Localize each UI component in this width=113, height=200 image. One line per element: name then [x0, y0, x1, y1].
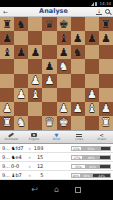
book-move-row[interactable]: 9... ♞fd7 ± 189 23%53% — [0, 144, 113, 153]
winrate-segment-d: 53% — [81, 147, 101, 150]
piece-black[interactable]: ♜ — [2, 19, 12, 30]
move-text: 0-0 — [11, 163, 27, 169]
piece-white[interactable]: ♚ — [59, 117, 69, 128]
square-c7[interactable] — [28, 31, 42, 45]
square-a4[interactable] — [0, 74, 14, 88]
square-f2[interactable]: ♟ — [71, 102, 85, 116]
square-c5[interactable] — [28, 59, 42, 73]
square-a2[interactable]: ♟ — [0, 102, 14, 116]
piece-white[interactable]: ♟ — [30, 75, 40, 86]
game-count: 5 — [32, 172, 43, 178]
square-h3[interactable] — [99, 88, 113, 102]
square-c1[interactable] — [28, 116, 42, 130]
piece-white[interactable]: ♜ — [2, 117, 12, 128]
piece-white[interactable]: ♟ — [2, 103, 12, 114]
piece-white[interactable]: ♟ — [59, 103, 69, 114]
square-a6[interactable]: ♝ — [0, 45, 14, 59]
square-d8[interactable]: ♛ — [42, 17, 56, 31]
square-c2[interactable] — [28, 102, 42, 116]
square-a3[interactable] — [0, 88, 14, 102]
square-b7[interactable] — [14, 31, 28, 45]
square-h7[interactable]: ♟ — [99, 31, 113, 45]
square-h1[interactable]: ♜ — [99, 116, 113, 130]
square-b8[interactable]: ♞ — [14, 17, 28, 31]
square-a5[interactable] — [0, 59, 14, 73]
square-e5[interactable]: ♞ — [57, 59, 71, 73]
piece-white[interactable]: ♟ — [45, 75, 55, 86]
winrate-segment-w: 20% — [72, 174, 80, 177]
square-e6[interactable]: ♟ — [57, 45, 71, 59]
battery-icon — [95, 2, 98, 6]
android-nav-bar: ↩ ⌂ — [0, 180, 113, 200]
winrate-segment-w: 27% — [72, 156, 82, 159]
recents-icon[interactable] — [75, 187, 81, 193]
square-b4[interactable] — [14, 74, 28, 88]
square-f4[interactable] — [71, 74, 85, 88]
winrate-bar: 20%36%44% — [71, 173, 111, 178]
move-text: ♞fd7 — [11, 145, 27, 151]
game-count: 189 — [32, 145, 43, 151]
square-e2[interactable]: ♟ — [57, 102, 71, 116]
piece-black[interactable]: ♟ — [101, 33, 111, 44]
piece-white[interactable]: ♟ — [16, 89, 26, 100]
move-number: 9... — [2, 172, 10, 178]
move-number: 9... — [2, 163, 10, 169]
status-time: 14:34 — [99, 0, 111, 7]
piece-white[interactable]: ♜ — [101, 117, 111, 128]
square-h6[interactable] — [99, 45, 113, 59]
square-g8[interactable] — [85, 17, 99, 31]
square-f5[interactable] — [71, 59, 85, 73]
toolbar-annotate-button[interactable]: Annotate — [0, 131, 23, 143]
square-f7[interactable]: ♟ — [71, 31, 85, 45]
signal-icon — [91, 2, 94, 6]
square-b3[interactable]: ♟ — [14, 88, 28, 102]
chess-board[interactable]: ♜♞♛♚♜♟♝♟♟♟♝♟♟♟♞♟♞♟♟♟♝♟♟♟♟♝♟♜♞♛♚♜ — [0, 17, 113, 130]
back-icon[interactable]: ↩ — [32, 185, 39, 195]
winrate-segment-d: 42% — [85, 165, 101, 168]
square-f6[interactable]: ♞ — [71, 45, 85, 59]
book-move-row[interactable]: 9... ♝b7 ± 5 20%36%44% — [0, 171, 113, 180]
back-arrow-icon[interactable]: ← — [0, 7, 11, 16]
move-text: ♝b7 — [11, 172, 27, 178]
square-c4[interactable]: ♟ — [28, 74, 42, 88]
winrate-bar: 33%42% — [71, 164, 111, 169]
square-h2[interactable]: ♟ — [99, 102, 113, 116]
square-e7[interactable]: ♝ — [57, 31, 71, 45]
piece-black[interactable]: ♟ — [87, 33, 97, 44]
winrate-bar: 27%46% — [71, 155, 111, 160]
piece-black[interactable]: ♟ — [30, 47, 40, 58]
eval-symbol: ± — [28, 155, 31, 160]
move-number: 9... — [2, 154, 10, 160]
square-b1[interactable]: ♞ — [14, 116, 28, 130]
winrate-segment-d: 36% — [80, 174, 94, 177]
book-move-row[interactable]: 9... 0-0 ± 12 33%42% — [0, 162, 113, 171]
piece-black[interactable]: ♝ — [2, 47, 12, 58]
square-d6[interactable] — [42, 45, 56, 59]
square-g7[interactable]: ♟ — [85, 31, 99, 45]
square-b5[interactable] — [14, 59, 28, 73]
square-d2[interactable] — [42, 102, 56, 116]
square-d1[interactable]: ♛ — [42, 116, 56, 130]
search-icon[interactable] — [105, 9, 110, 14]
piece-white[interactable]: ♛ — [45, 117, 55, 128]
game-count: 12 — [32, 163, 43, 169]
piece-black[interactable]: ♝ — [59, 33, 69, 44]
piece-black[interactable]: ♚ — [59, 19, 69, 30]
winrate-segment-w: 33% — [72, 165, 85, 168]
piece-black[interactable]: ♟ — [59, 47, 69, 58]
square-g5[interactable] — [85, 59, 99, 73]
toolbar-lines-button[interactable]: Lines — [68, 131, 91, 143]
winrate-segment-w: 23% — [72, 147, 81, 150]
winrate-bar: 23%53% — [71, 146, 111, 151]
square-a7[interactable]: ♟ — [0, 31, 14, 45]
piece-white[interactable]: ♝ — [87, 103, 97, 114]
home-icon[interactable]: ⌂ — [54, 185, 59, 195]
toolbar-share-button[interactable]: < Share — [90, 131, 113, 143]
game-count: 15 — [32, 154, 43, 160]
move-text: ♞e4 — [11, 154, 27, 160]
square-g6[interactable] — [85, 45, 99, 59]
square-d4[interactable]: ♟ — [42, 74, 56, 88]
piece-black[interactable]: ♟ — [45, 61, 55, 72]
square-e3[interactable] — [57, 88, 71, 102]
piece-black[interactable]: ♟ — [73, 33, 83, 44]
square-a8[interactable]: ♜ — [0, 17, 14, 31]
piece-black[interactable]: ♟ — [16, 47, 26, 58]
square-h5[interactable] — [99, 59, 113, 73]
app-bar: ← Analyse ↓ — [0, 7, 113, 17]
winrate-segment-d: 46% — [82, 156, 99, 159]
page-title: Analyse — [11, 7, 96, 16]
winrate-segment-b: 44% — [93, 174, 110, 177]
book-move-row[interactable]: 9... ♞e4 ± 15 27%46% — [0, 153, 113, 162]
piece-black[interactable]: ♟ — [2, 33, 12, 44]
bottom-toolbar: Annotate Engine ▼ Book Lines < Share — [0, 130, 113, 144]
square-e1[interactable]: ♚ — [57, 116, 71, 130]
piece-black[interactable]: ♛ — [45, 19, 55, 30]
square-d7[interactable] — [42, 31, 56, 45]
winrate-segment-b — [101, 147, 110, 150]
square-e8[interactable]: ♚ — [57, 17, 71, 31]
square-c8[interactable] — [28, 17, 42, 31]
piece-white[interactable]: ♞ — [59, 61, 69, 72]
square-d3[interactable] — [42, 88, 56, 102]
piece-white[interactable]: ♟ — [101, 103, 111, 114]
eval-symbol: ± — [28, 173, 31, 178]
phone-screen: 14:34 ← Analyse ↓ ♜♞♛♚♜♟♝♟♟♟♝♟♟♟♞♟♞♟♟♟♝♟… — [0, 0, 113, 200]
square-h8[interactable]: ♜ — [99, 17, 113, 31]
square-d5[interactable]: ♟ — [42, 59, 56, 73]
book-move-list: 9... ♞fd7 ± 189 23%53% 9... ♞e4 ± 15 27%… — [0, 144, 113, 180]
eval-symbol: ± — [28, 146, 31, 151]
status-bar: 14:34 — [0, 0, 113, 7]
square-g3[interactable]: ♟ — [85, 88, 99, 102]
square-g1[interactable] — [85, 116, 99, 130]
download-icon[interactable]: ↓ — [96, 9, 102, 15]
square-b6[interactable]: ♟ — [14, 45, 28, 59]
square-f1[interactable] — [71, 116, 85, 130]
piece-black[interactable]: ♞ — [16, 19, 26, 30]
winrate-segment-b — [100, 156, 110, 159]
square-f8[interactable] — [71, 17, 85, 31]
piece-white[interactable]: ♟ — [87, 89, 97, 100]
eval-symbol: ± — [28, 164, 31, 169]
square-c3[interactable]: ♝ — [28, 88, 42, 102]
square-f3[interactable] — [71, 88, 85, 102]
toolbar-engine-button[interactable]: Engine — [23, 131, 46, 143]
square-b2[interactable] — [14, 102, 28, 116]
square-g2[interactable]: ♝ — [85, 102, 99, 116]
square-g4[interactable] — [85, 74, 99, 88]
toolbar-book-button[interactable]: ▼ Book — [45, 131, 68, 143]
move-number: 9... — [2, 145, 10, 151]
piece-white[interactable]: ♞ — [16, 117, 26, 128]
square-c6[interactable]: ♟ — [28, 45, 42, 59]
square-e4[interactable] — [57, 74, 71, 88]
piece-white[interactable]: ♟ — [73, 103, 83, 114]
square-h4[interactable] — [99, 74, 113, 88]
piece-black[interactable]: ♜ — [101, 19, 111, 30]
piece-black[interactable]: ♞ — [73, 47, 83, 58]
winrate-segment-b — [100, 165, 110, 168]
square-a1[interactable]: ♜ — [0, 116, 14, 130]
piece-white[interactable]: ♝ — [30, 89, 40, 100]
